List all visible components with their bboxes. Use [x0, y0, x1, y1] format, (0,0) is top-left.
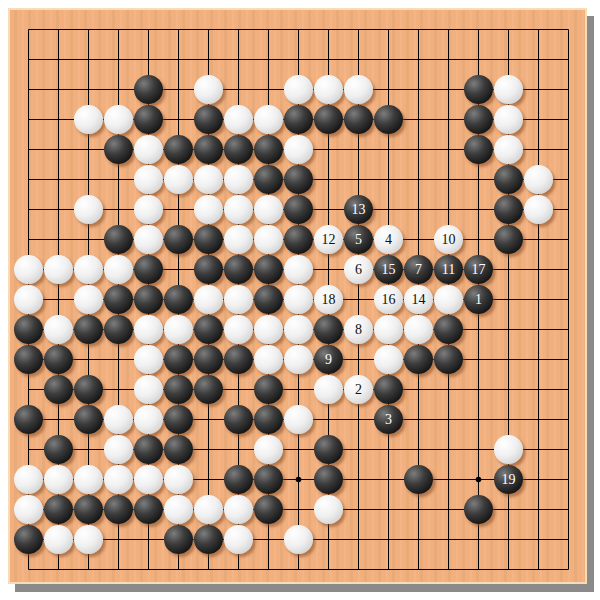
go-stone-black[interactable]	[224, 135, 253, 164]
go-stone-black[interactable]: 9	[314, 345, 343, 374]
go-stone-white[interactable]: 4	[374, 225, 403, 254]
go-stone-black[interactable]	[404, 345, 433, 374]
go-stone-white[interactable]	[194, 285, 223, 314]
go-stone-white[interactable]	[134, 375, 163, 404]
go-stone-black[interactable]: 3	[374, 405, 403, 434]
go-stone-black[interactable]	[194, 135, 223, 164]
go-stone-white[interactable]	[434, 285, 463, 314]
go-stone-black[interactable]	[134, 495, 163, 524]
go-stone-white[interactable]	[494, 105, 523, 134]
move-number-label: 2	[355, 383, 362, 397]
go-stone-black[interactable]	[164, 405, 193, 434]
go-stone-black[interactable]	[104, 225, 133, 254]
go-stone-black[interactable]	[104, 285, 133, 314]
go-stone-white[interactable]	[194, 195, 223, 224]
move-number-label: 15	[382, 263, 396, 277]
go-stone-white[interactable]	[194, 75, 223, 104]
go-stone-white[interactable]	[284, 315, 313, 344]
go-stone-white[interactable]	[224, 525, 253, 554]
go-stone-white[interactable]	[524, 195, 553, 224]
go-stone-white[interactable]: 18	[314, 285, 343, 314]
go-stone-white[interactable]	[74, 105, 103, 134]
go-stone-white[interactable]	[44, 255, 73, 284]
go-stone-black[interactable]	[494, 195, 523, 224]
go-stone-white[interactable]	[224, 495, 253, 524]
move-number-label: 11	[442, 263, 455, 277]
go-stone-black[interactable]	[14, 345, 43, 374]
move-number-label: 6	[355, 263, 362, 277]
go-stone-black[interactable]	[434, 345, 463, 374]
go-stone-black[interactable]	[14, 315, 43, 344]
go-stone-white[interactable]	[44, 525, 73, 554]
go-stone-black[interactable]	[104, 135, 133, 164]
go-stone-white[interactable]: 2	[344, 375, 373, 404]
go-stone-black[interactable]	[464, 105, 493, 134]
go-stone-white[interactable]	[74, 525, 103, 554]
go-stone-black[interactable]: 5	[344, 225, 373, 254]
go-stone-black[interactable]	[104, 495, 133, 524]
go-stone-white[interactable]	[404, 315, 433, 344]
go-stone-black[interactable]	[14, 405, 43, 434]
go-stone-black[interactable]	[14, 525, 43, 554]
go-stone-black[interactable]	[284, 165, 313, 194]
go-stone-white[interactable]	[104, 105, 133, 134]
go-stone-black[interactable]: 1	[464, 285, 493, 314]
go-stone-black[interactable]	[74, 375, 103, 404]
go-stone-white[interactable]	[134, 345, 163, 374]
move-number-label: 18	[322, 293, 336, 307]
go-stone-white[interactable]	[254, 315, 283, 344]
go-stone-white[interactable]: 8	[344, 315, 373, 344]
go-stone-white[interactable]	[284, 285, 313, 314]
go-stone-white[interactable]	[74, 195, 103, 224]
go-stone-black[interactable]	[254, 135, 283, 164]
go-stone-white[interactable]	[164, 495, 193, 524]
go-stone-black[interactable]	[254, 405, 283, 434]
go-stone-white[interactable]	[164, 465, 193, 494]
go-stone-white[interactable]	[284, 405, 313, 434]
go-stone-white[interactable]	[194, 165, 223, 194]
move-number-label: 9	[325, 353, 332, 367]
go-stone-black[interactable]	[134, 75, 163, 104]
go-stone-white[interactable]: 10	[434, 225, 463, 254]
go-stone-white[interactable]	[14, 465, 43, 494]
go-stone-white[interactable]	[164, 315, 193, 344]
go-stone-black[interactable]	[164, 345, 193, 374]
go-stone-white[interactable]	[194, 495, 223, 524]
go-stone-black[interactable]	[464, 75, 493, 104]
go-stone-black[interactable]	[44, 375, 73, 404]
go-stone-black[interactable]	[164, 225, 193, 254]
go-stone-black[interactable]	[134, 435, 163, 464]
go-stone-white[interactable]	[74, 255, 103, 284]
go-stone-white[interactable]	[14, 495, 43, 524]
go-stone-black[interactable]	[164, 285, 193, 314]
go-stone-white[interactable]	[224, 105, 253, 134]
go-stone-white[interactable]: 12	[314, 225, 343, 254]
go-stone-black[interactable]	[224, 465, 253, 494]
move-number-label: 19	[502, 473, 516, 487]
go-stone-white[interactable]	[284, 345, 313, 374]
go-stone-black[interactable]	[404, 465, 433, 494]
go-stone-white[interactable]	[284, 255, 313, 284]
go-stone-black[interactable]	[314, 105, 343, 134]
go-stone-black[interactable]: 7	[404, 255, 433, 284]
go-stone-black[interactable]: 19	[494, 465, 523, 494]
go-stone-black[interactable]	[164, 435, 193, 464]
go-stone-white[interactable]	[254, 345, 283, 374]
go-stone-black[interactable]	[194, 225, 223, 254]
go-stone-black[interactable]	[224, 345, 253, 374]
go-stone-white[interactable]	[14, 285, 43, 314]
go-stone-white[interactable]: 14	[404, 285, 433, 314]
go-stone-white[interactable]	[134, 465, 163, 494]
go-stone-black[interactable]	[494, 225, 523, 254]
go-stone-black[interactable]	[314, 465, 343, 494]
go-stone-black[interactable]: 11	[434, 255, 463, 284]
go-stone-black[interactable]	[74, 315, 103, 344]
go-stone-white[interactable]	[134, 135, 163, 164]
go-stone-black[interactable]	[194, 345, 223, 374]
go-stone-white[interactable]	[134, 315, 163, 344]
go-stone-black[interactable]	[254, 165, 283, 194]
go-stone-black[interactable]	[224, 405, 253, 434]
go-stone-black[interactable]	[194, 105, 223, 134]
go-stone-black[interactable]	[194, 315, 223, 344]
go-stone-white[interactable]	[134, 165, 163, 194]
go-stone-black[interactable]	[164, 375, 193, 404]
go-stone-black[interactable]	[74, 495, 103, 524]
go-stone-white[interactable]	[254, 225, 283, 254]
go-stone-black[interactable]	[134, 255, 163, 284]
go-stone-black[interactable]: 17	[464, 255, 493, 284]
move-number-label: 3	[385, 413, 392, 427]
go-stone-white[interactable]	[344, 75, 373, 104]
go-stone-white[interactable]	[224, 225, 253, 254]
go-stone-white[interactable]	[134, 405, 163, 434]
go-stone-white[interactable]	[164, 165, 193, 194]
move-number-label: 8	[355, 323, 362, 337]
go-stone-white[interactable]	[374, 345, 403, 374]
go-stone-white[interactable]	[314, 375, 343, 404]
move-number-label: 12	[322, 233, 336, 247]
go-stone-white[interactable]	[74, 465, 103, 494]
go-stone-black[interactable]	[254, 375, 283, 404]
go-stone-black[interactable]	[164, 135, 193, 164]
go-stone-black[interactable]	[194, 525, 223, 554]
move-number-label: 4	[385, 233, 392, 247]
go-stone-white[interactable]	[44, 315, 73, 344]
go-stone-black[interactable]	[374, 105, 403, 134]
go-stone-black[interactable]	[194, 375, 223, 404]
go-stone-black[interactable]	[44, 495, 73, 524]
go-stone-white[interactable]	[254, 195, 283, 224]
go-stone-white[interactable]	[374, 315, 403, 344]
go-stone-white[interactable]	[134, 195, 163, 224]
go-stone-white[interactable]	[284, 75, 313, 104]
go-stone-black[interactable]	[254, 465, 283, 494]
go-stone-white[interactable]	[44, 465, 73, 494]
move-number-label: 16	[382, 293, 396, 307]
go-stone-black[interactable]	[314, 435, 343, 464]
go-stone-white[interactable]	[494, 435, 523, 464]
go-stone-white[interactable]	[104, 255, 133, 284]
go-stone-black[interactable]	[44, 435, 73, 464]
move-number-label: 10	[442, 233, 456, 247]
go-stone-black[interactable]	[494, 165, 523, 194]
go-stone-black[interactable]	[164, 525, 193, 554]
move-number-label: 5	[355, 233, 362, 247]
go-stone-black[interactable]	[134, 285, 163, 314]
go-stone-black[interactable]	[284, 105, 313, 134]
stones-layer: 13125410615711171816141892319	[8, 8, 587, 584]
go-stone-white[interactable]	[314, 75, 343, 104]
move-number-label: 1	[475, 293, 482, 307]
go-stone-black[interactable]	[254, 495, 283, 524]
go-stone-white[interactable]	[14, 255, 43, 284]
go-stone-black[interactable]	[434, 315, 463, 344]
go-stone-black[interactable]	[134, 105, 163, 134]
go-stone-black[interactable]	[284, 195, 313, 224]
go-stone-black[interactable]	[464, 495, 493, 524]
go-stone-black[interactable]: 15	[374, 255, 403, 284]
go-stone-black[interactable]	[104, 315, 133, 344]
go-stone-black[interactable]	[254, 285, 283, 314]
go-stone-white[interactable]	[134, 225, 163, 254]
go-board[interactable]: 13125410615711171816141892319	[8, 8, 587, 584]
go-stone-black[interactable]: 13	[344, 195, 373, 224]
go-stone-white[interactable]	[104, 435, 133, 464]
go-stone-black[interactable]	[224, 255, 253, 284]
go-stone-white[interactable]: 6	[344, 255, 373, 284]
go-stone-white[interactable]	[284, 525, 313, 554]
go-stone-white[interactable]	[524, 165, 553, 194]
go-stone-white[interactable]	[104, 405, 133, 434]
go-stone-white[interactable]	[74, 285, 103, 314]
move-number-label: 17	[472, 263, 486, 277]
move-number-label: 14	[412, 293, 426, 307]
go-stone-black[interactable]	[314, 315, 343, 344]
go-stone-white[interactable]	[254, 105, 283, 134]
go-stone-black[interactable]	[74, 405, 103, 434]
go-stone-white[interactable]	[494, 75, 523, 104]
go-stone-white[interactable]	[224, 315, 253, 344]
move-number-label: 13	[352, 203, 366, 217]
go-stone-black[interactable]	[254, 255, 283, 284]
go-stone-white[interactable]	[284, 135, 313, 164]
go-stone-white[interactable]	[104, 465, 133, 494]
go-stone-white[interactable]	[494, 135, 523, 164]
go-stone-white[interactable]	[314, 495, 343, 524]
go-stone-white[interactable]	[224, 195, 253, 224]
go-stone-black[interactable]	[464, 135, 493, 164]
go-stone-black[interactable]	[44, 345, 73, 374]
go-stone-black[interactable]	[344, 105, 373, 134]
go-stone-black[interactable]	[194, 255, 223, 284]
go-stone-white[interactable]	[224, 165, 253, 194]
go-stone-black[interactable]	[374, 375, 403, 404]
go-stone-white[interactable]: 16	[374, 285, 403, 314]
move-number-label: 7	[415, 263, 422, 277]
go-stone-white[interactable]	[224, 285, 253, 314]
go-stone-black[interactable]	[284, 225, 313, 254]
go-stone-white[interactable]	[254, 435, 283, 464]
